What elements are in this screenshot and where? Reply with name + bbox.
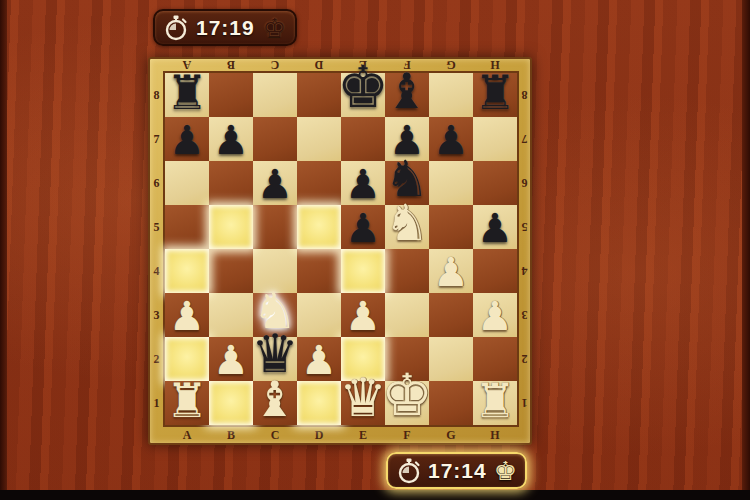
piece-white-pawn-g4[interactable]: ♟ [433, 252, 469, 292]
rank-label-5: 5 [148, 205, 165, 249]
bottom-edge-strip [0, 490, 750, 500]
piece-white-pawn-h3[interactable]: ♟ [477, 296, 513, 336]
square-a6[interactable] [165, 161, 209, 205]
piece-white-pawn-d2[interactable]: ♟ [301, 340, 337, 380]
white-king-icon: ♚ [494, 458, 517, 484]
black-clock-time: 17:19 [195, 16, 256, 40]
piece-white-bishop-c1[interactable]: ♝ [253, 375, 297, 424]
piece-black-pawn-c6[interactable]: ♟ [257, 164, 293, 204]
square-e1[interactable]: ♛ [341, 381, 385, 425]
square-b4[interactable] [209, 249, 253, 293]
square-c7[interactable] [253, 117, 297, 161]
square-b7[interactable]: ♟ [209, 117, 253, 161]
piece-black-pawn-b7[interactable]: ♟ [213, 120, 249, 160]
square-a5[interactable] [165, 205, 209, 249]
file-label-d: D [297, 425, 341, 445]
file-label-d: D [297, 57, 341, 73]
file-label-h: H [473, 425, 517, 445]
rank-labels-left: 87654321 [148, 73, 165, 425]
file-label-b: B [209, 57, 253, 73]
file-label-e: E [341, 425, 385, 445]
rank-label-4: 4 [517, 249, 532, 293]
left-edge-trim [0, 0, 7, 500]
white-clock-time: 17:14 [428, 459, 487, 483]
piece-white-pawn-e3[interactable]: ♟ [345, 296, 381, 336]
square-d6[interactable] [297, 161, 341, 205]
square-g7[interactable]: ♟ [429, 117, 473, 161]
square-e5[interactable]: ♟ [341, 205, 385, 249]
file-label-c: C [253, 425, 297, 445]
rank-label-6: 6 [517, 161, 532, 205]
square-a4[interactable] [165, 249, 209, 293]
square-g2[interactable] [429, 337, 473, 381]
piece-black-pawn-e6[interactable]: ♟ [345, 164, 381, 204]
square-a7[interactable]: ♟ [165, 117, 209, 161]
square-d8[interactable] [297, 73, 341, 117]
piece-black-king-e8[interactable]: ♚ [337, 58, 389, 116]
piece-black-pawn-a7[interactable]: ♟ [169, 120, 205, 160]
rank-label-5: 5 [517, 205, 532, 249]
rank-label-7: 7 [148, 117, 165, 161]
rank-label-3: 3 [517, 293, 532, 337]
square-c6[interactable]: ♟ [253, 161, 297, 205]
rank-label-1: 1 [517, 381, 532, 425]
square-g1[interactable] [429, 381, 473, 425]
file-label-g: G [429, 57, 473, 73]
square-d7[interactable] [297, 117, 341, 161]
piece-black-pawn-h5[interactable]: ♟ [477, 208, 513, 248]
piece-black-pawn-g7[interactable]: ♟ [433, 120, 469, 160]
rank-label-6: 6 [148, 161, 165, 205]
square-a1[interactable]: ♜ [165, 381, 209, 425]
square-g8[interactable] [429, 73, 473, 117]
square-f4[interactable] [385, 249, 429, 293]
square-e7[interactable] [341, 117, 385, 161]
file-labels-bottom: ABCDEFGH [165, 425, 517, 445]
square-d4[interactable] [297, 249, 341, 293]
square-e4[interactable] [341, 249, 385, 293]
square-g5[interactable] [429, 205, 473, 249]
square-f3[interactable] [385, 293, 429, 337]
square-b8[interactable] [209, 73, 253, 117]
square-h7[interactable] [473, 117, 517, 161]
square-f5[interactable]: ♞ [385, 205, 429, 249]
piece-white-pawn-b2[interactable]: ♟ [213, 340, 249, 380]
square-a8[interactable]: ♜ [165, 73, 209, 117]
stopwatch-icon [397, 458, 421, 484]
piece-black-bishop-f8[interactable]: ♝ [385, 67, 429, 116]
square-c1[interactable]: ♝ [253, 381, 297, 425]
square-g6[interactable] [429, 161, 473, 205]
rank-label-8: 8 [517, 73, 532, 117]
file-label-b: B [209, 425, 253, 445]
square-h4[interactable] [473, 249, 517, 293]
square-d2[interactable]: ♟ [297, 337, 341, 381]
piece-black-rook-a8[interactable]: ♜ [166, 69, 208, 116]
stopwatch-icon [164, 15, 188, 41]
square-b5[interactable] [209, 205, 253, 249]
square-h8[interactable]: ♜ [473, 73, 517, 117]
square-b3[interactable] [209, 293, 253, 337]
square-e3[interactable]: ♟ [341, 293, 385, 337]
piece-white-queen-e1[interactable]: ♛ [339, 371, 387, 424]
square-c8[interactable] [253, 73, 297, 117]
square-f1[interactable]: ♚ [385, 381, 429, 425]
white-timer: 17:14 ♚ [386, 452, 527, 489]
square-d5[interactable] [297, 205, 341, 249]
square-g4[interactable]: ♟ [429, 249, 473, 293]
rank-label-1: 1 [148, 381, 165, 425]
black-king-icon: ♚ [263, 15, 286, 41]
square-e6[interactable]: ♟ [341, 161, 385, 205]
square-h5[interactable]: ♟ [473, 205, 517, 249]
piece-white-rook-a1[interactable]: ♜ [166, 377, 208, 424]
square-e8[interactable]: ♚ [341, 73, 385, 117]
piece-white-rook-h1[interactable]: ♜ [474, 377, 516, 424]
square-h6[interactable] [473, 161, 517, 205]
square-h3[interactable]: ♟ [473, 293, 517, 337]
right-edge-trim [742, 0, 750, 500]
file-label-g: G [429, 425, 473, 445]
square-b1[interactable] [209, 381, 253, 425]
piece-black-rook-h8[interactable]: ♜ [474, 69, 516, 116]
black-timer: 17:19 ♚ [153, 9, 297, 46]
square-d3[interactable] [297, 293, 341, 337]
rank-label-2: 2 [517, 337, 532, 381]
square-b2[interactable]: ♟ [209, 337, 253, 381]
piece-white-pawn-a3[interactable]: ♟ [169, 296, 205, 336]
square-f8[interactable]: ♝ [385, 73, 429, 117]
piece-white-knight-f5[interactable]: ♞ [385, 198, 430, 248]
piece-black-pawn-e5[interactable]: ♟ [345, 208, 381, 248]
rank-label-2: 2 [148, 337, 165, 381]
square-b6[interactable] [209, 161, 253, 205]
rank-label-7: 7 [517, 117, 532, 161]
chess-board[interactable]: ♜♚♝♜♟♟♟♟♟♟♞♟♞♟♟♟♞♟♟♟♛♟♜♝♛♚♜ [165, 73, 517, 425]
piece-white-king-f1[interactable]: ♚ [381, 366, 433, 424]
square-g3[interactable] [429, 293, 473, 337]
rank-label-8: 8 [148, 73, 165, 117]
rank-labels-right: 87654321 [517, 73, 532, 425]
rank-label-4: 4 [148, 249, 165, 293]
square-h1[interactable]: ♜ [473, 381, 517, 425]
square-a3[interactable]: ♟ [165, 293, 209, 337]
file-label-c: C [253, 57, 297, 73]
file-label-a: A [165, 425, 209, 445]
square-d1[interactable] [297, 381, 341, 425]
rank-label-3: 3 [148, 293, 165, 337]
square-c5[interactable] [253, 205, 297, 249]
